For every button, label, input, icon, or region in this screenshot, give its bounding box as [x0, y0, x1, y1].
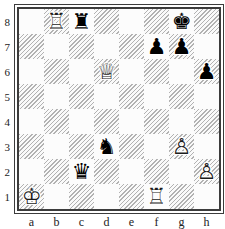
rank-label-2: 2	[0, 159, 14, 184]
square-a7[interactable]	[19, 34, 44, 59]
square-h6[interactable]: ♟	[194, 59, 219, 84]
square-d6[interactable]: ♕	[94, 59, 119, 84]
square-b8[interactable]: ♖	[44, 9, 69, 34]
white-rook-b8[interactable]: ♖	[44, 9, 69, 34]
rank-label-1: 1	[0, 184, 14, 209]
square-g4[interactable]	[169, 109, 194, 134]
square-d1[interactable]	[94, 184, 119, 209]
square-c4[interactable]	[69, 109, 94, 134]
file-label-b: b	[44, 216, 69, 229]
square-h5[interactable]	[194, 84, 219, 109]
square-e5[interactable]	[119, 84, 144, 109]
square-d3[interactable]: ♞	[94, 134, 119, 159]
square-f4[interactable]	[144, 109, 169, 134]
square-e7[interactable]	[119, 34, 144, 59]
square-g8[interactable]: ♚	[169, 9, 194, 34]
board-frame: ♖♜♚♟♟♕♟♞♙♛♙♔♖	[14, 4, 224, 214]
square-d5[interactable]	[94, 84, 119, 109]
square-a5[interactable]	[19, 84, 44, 109]
white-pawn-g3[interactable]: ♙	[169, 134, 194, 159]
square-f5[interactable]	[144, 84, 169, 109]
white-pawn-h2[interactable]: ♙	[194, 159, 219, 184]
square-d7[interactable]	[94, 34, 119, 59]
square-c1[interactable]	[69, 184, 94, 209]
square-g2[interactable]	[169, 159, 194, 184]
square-e8[interactable]	[119, 9, 144, 34]
square-f8[interactable]	[144, 9, 169, 34]
square-g5[interactable]	[169, 84, 194, 109]
square-f1[interactable]: ♖	[144, 184, 169, 209]
square-a2[interactable]	[19, 159, 44, 184]
black-queen-c2[interactable]: ♛	[69, 159, 94, 184]
square-d2[interactable]	[94, 159, 119, 184]
square-a8[interactable]	[19, 9, 44, 34]
square-b7[interactable]	[44, 34, 69, 59]
square-a1[interactable]: ♔	[19, 184, 44, 209]
square-g1[interactable]	[169, 184, 194, 209]
square-a4[interactable]	[19, 109, 44, 134]
black-pawn-h6[interactable]: ♟	[194, 59, 219, 84]
chess-diagram: 87654321 ♖♜♚♟♟♕♟♞♙♛♙♔♖ abcdefgh	[0, 0, 225, 229]
square-a6[interactable]	[19, 59, 44, 84]
square-d4[interactable]	[94, 109, 119, 134]
rank-labels: 87654321	[0, 4, 14, 214]
square-c8[interactable]: ♜	[69, 9, 94, 34]
square-f2[interactable]	[144, 159, 169, 184]
square-h4[interactable]	[194, 109, 219, 134]
square-d8[interactable]	[94, 9, 119, 34]
square-b1[interactable]	[44, 184, 69, 209]
square-h7[interactable]	[194, 34, 219, 59]
square-e3[interactable]	[119, 134, 144, 159]
black-knight-d3[interactable]: ♞	[94, 134, 119, 159]
square-b6[interactable]	[44, 59, 69, 84]
white-king-a1[interactable]: ♔	[19, 184, 44, 209]
square-g7[interactable]: ♟	[169, 34, 194, 59]
rank-label-7: 7	[0, 34, 14, 59]
square-e4[interactable]	[119, 109, 144, 134]
square-e1[interactable]	[119, 184, 144, 209]
square-e2[interactable]	[119, 159, 144, 184]
square-b3[interactable]	[44, 134, 69, 159]
black-pawn-g7[interactable]: ♟	[169, 34, 194, 59]
rank-label-3: 3	[0, 134, 14, 159]
square-b4[interactable]	[44, 109, 69, 134]
square-e6[interactable]	[119, 59, 144, 84]
square-b5[interactable]	[44, 84, 69, 109]
square-h8[interactable]	[194, 9, 219, 34]
square-c2[interactable]: ♛	[69, 159, 94, 184]
square-f3[interactable]	[144, 134, 169, 159]
file-label-c: c	[69, 216, 94, 229]
square-c6[interactable]	[69, 59, 94, 84]
chess-board: ♖♜♚♟♟♕♟♞♙♛♙♔♖	[19, 9, 219, 209]
file-label-a: a	[19, 216, 44, 229]
rank-label-6: 6	[0, 59, 14, 84]
file-label-e: e	[119, 216, 144, 229]
square-g3[interactable]: ♙	[169, 134, 194, 159]
white-queen-d6[interactable]: ♕	[94, 59, 119, 84]
square-c7[interactable]	[69, 34, 94, 59]
black-king-g8[interactable]: ♚	[169, 9, 194, 34]
white-rook-f1[interactable]: ♖	[144, 184, 169, 209]
black-rook-c8[interactable]: ♜	[69, 9, 94, 34]
square-f7[interactable]: ♟	[144, 34, 169, 59]
file-labels: abcdefgh	[14, 216, 224, 229]
file-label-f: f	[144, 216, 169, 229]
square-b2[interactable]	[44, 159, 69, 184]
square-f6[interactable]	[144, 59, 169, 84]
square-a3[interactable]	[19, 134, 44, 159]
square-c3[interactable]	[69, 134, 94, 159]
square-g6[interactable]	[169, 59, 194, 84]
rank-label-4: 4	[0, 109, 14, 134]
square-h3[interactable]	[194, 134, 219, 159]
rank-label-8: 8	[0, 9, 14, 34]
file-label-h: h	[194, 216, 219, 229]
rank-label-5: 5	[0, 84, 14, 109]
square-h2[interactable]: ♙	[194, 159, 219, 184]
file-label-d: d	[94, 216, 119, 229]
square-c5[interactable]	[69, 84, 94, 109]
black-pawn-f7[interactable]: ♟	[144, 34, 169, 59]
square-h1[interactable]	[194, 184, 219, 209]
file-label-g: g	[169, 216, 194, 229]
